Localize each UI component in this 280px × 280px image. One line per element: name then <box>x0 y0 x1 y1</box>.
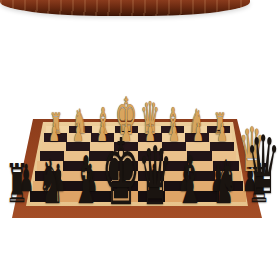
chess-product-photo: ♜♞♝♚♛♝♞♜♟♟♟♟♟♟♟♟♟♟♟♟♟♟♟♟♜♞♝♚♛♝♞♜♛♛ <box>0 0 280 280</box>
extra-piece-black-queen[interactable]: ♛ <box>230 125 280 206</box>
